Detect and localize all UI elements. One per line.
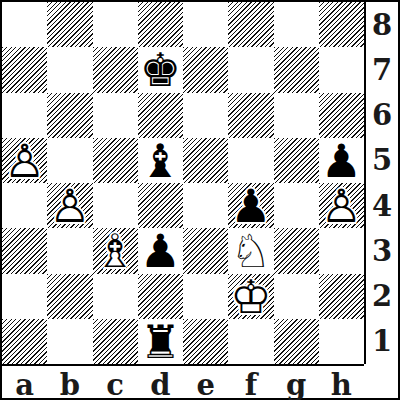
file-label-c: c <box>93 366 138 400</box>
piece-white-knight: ♞♘ <box>228 228 273 273</box>
rank-label-8: 8 <box>366 2 398 47</box>
square-h5[interactable]: ♟♟ <box>319 138 364 183</box>
piece-white-pawn: ♟♙ <box>2 138 47 183</box>
square-e4[interactable] <box>183 183 228 228</box>
square-b3[interactable] <box>47 228 92 273</box>
square-e6[interactable] <box>183 93 228 138</box>
file-label-f: f <box>228 366 273 400</box>
file-label-b: b <box>47 366 92 400</box>
square-f1[interactable] <box>228 319 273 364</box>
rank-labels: 87654321 <box>366 2 398 364</box>
piece-glyph: ♚ <box>140 47 181 93</box>
piece-white-pawn: ♟♙ <box>319 183 364 228</box>
piece-white-bishop: ♝♗ <box>93 228 138 273</box>
file-label-e: e <box>183 366 228 400</box>
square-b6[interactable] <box>47 93 92 138</box>
piece-glyph: ♟ <box>230 183 271 229</box>
square-b2[interactable] <box>47 274 92 319</box>
square-a7[interactable] <box>2 47 47 92</box>
square-a5[interactable]: ♟♙ <box>2 138 47 183</box>
rank-label-2: 2 <box>366 274 398 319</box>
piece-white-king: ♚♔ <box>228 274 273 319</box>
file-label-d: d <box>138 366 183 400</box>
file-label-h: h <box>319 366 364 400</box>
square-h4[interactable]: ♟♙ <box>319 183 364 228</box>
square-d2[interactable] <box>138 274 183 319</box>
square-f4[interactable]: ♟♟ <box>228 183 273 228</box>
rank-label-5: 5 <box>366 138 398 183</box>
file-label-g: g <box>274 366 319 400</box>
square-h1[interactable] <box>319 319 364 364</box>
piece-glyph: ♙ <box>321 183 362 229</box>
square-e2[interactable] <box>183 274 228 319</box>
square-a1[interactable] <box>2 319 47 364</box>
square-h8[interactable] <box>319 2 364 47</box>
rank-label-7: 7 <box>366 47 398 92</box>
square-f2[interactable]: ♚♔ <box>228 274 273 319</box>
square-e1[interactable] <box>183 319 228 364</box>
square-g5[interactable] <box>274 138 319 183</box>
square-e5[interactable] <box>183 138 228 183</box>
piece-glyph: ♟ <box>321 138 362 184</box>
square-c7[interactable] <box>93 47 138 92</box>
square-c6[interactable] <box>93 93 138 138</box>
square-h3[interactable] <box>319 228 364 273</box>
square-c4[interactable] <box>93 183 138 228</box>
square-g1[interactable] <box>274 319 319 364</box>
piece-black-pawn: ♟♟ <box>228 183 273 228</box>
rank-label-4: 4 <box>366 183 398 228</box>
square-d8[interactable] <box>138 2 183 47</box>
square-b8[interactable] <box>47 2 92 47</box>
square-d1[interactable]: ♜♜ <box>138 319 183 364</box>
corner-spacer <box>366 366 398 398</box>
piece-black-pawn: ♟♟ <box>319 138 364 183</box>
piece-black-pawn: ♟♟ <box>138 228 183 273</box>
piece-glyph: ♔ <box>230 274 271 320</box>
piece-glyph: ♜ <box>140 319 181 365</box>
square-d6[interactable] <box>138 93 183 138</box>
square-c2[interactable] <box>93 274 138 319</box>
square-d7[interactable]: ♚♚ <box>138 47 183 92</box>
square-b5[interactable] <box>47 138 92 183</box>
chess-diagram-frame: ♚♚♟♙♝♝♟♟♟♙♟♟♟♙♝♗♟♟♞♘♚♔♜♜ 87654321 abcdef… <box>0 0 400 400</box>
piece-glyph: ♗ <box>95 228 136 274</box>
square-c5[interactable] <box>93 138 138 183</box>
square-e8[interactable] <box>183 2 228 47</box>
piece-glyph: ♟ <box>140 228 181 274</box>
square-g2[interactable] <box>274 274 319 319</box>
file-label-a: a <box>2 366 47 400</box>
piece-glyph: ♝ <box>140 138 181 184</box>
square-e3[interactable] <box>183 228 228 273</box>
square-c8[interactable] <box>93 2 138 47</box>
piece-black-bishop: ♝♝ <box>138 138 183 183</box>
square-g7[interactable] <box>274 47 319 92</box>
square-g4[interactable] <box>274 183 319 228</box>
piece-glyph: ♙ <box>49 183 90 229</box>
file-labels: abcdefgh <box>2 366 364 398</box>
rank-label-6: 6 <box>366 93 398 138</box>
square-g3[interactable] <box>274 228 319 273</box>
square-b1[interactable] <box>47 319 92 364</box>
square-g8[interactable] <box>274 2 319 47</box>
square-h2[interactable] <box>319 274 364 319</box>
square-d4[interactable] <box>138 183 183 228</box>
square-f7[interactable] <box>228 47 273 92</box>
square-a4[interactable] <box>2 183 47 228</box>
piece-black-rook: ♜♜ <box>138 319 183 364</box>
square-h6[interactable] <box>319 93 364 138</box>
square-f8[interactable] <box>228 2 273 47</box>
square-a2[interactable] <box>2 274 47 319</box>
square-a3[interactable] <box>2 228 47 273</box>
square-f5[interactable] <box>228 138 273 183</box>
square-d3[interactable]: ♟♟ <box>138 228 183 273</box>
piece-glyph: ♙ <box>4 138 45 184</box>
piece-black-king: ♚♚ <box>138 47 183 92</box>
square-a6[interactable] <box>2 93 47 138</box>
piece-glyph: ♘ <box>230 228 271 274</box>
square-f3[interactable]: ♞♘ <box>228 228 273 273</box>
piece-white-pawn: ♟♙ <box>47 183 92 228</box>
square-e7[interactable] <box>183 47 228 92</box>
rank-label-1: 1 <box>366 319 398 364</box>
rank-label-3: 3 <box>366 228 398 273</box>
square-c1[interactable] <box>93 319 138 364</box>
chess-board: ♚♚♟♙♝♝♟♟♟♙♟♟♟♙♝♗♟♟♞♘♚♔♜♜ <box>2 2 364 364</box>
square-g6[interactable] <box>274 93 319 138</box>
square-d5[interactable]: ♝♝ <box>138 138 183 183</box>
square-a8[interactable] <box>2 2 47 47</box>
square-b7[interactable] <box>47 47 92 92</box>
square-h7[interactable] <box>319 47 364 92</box>
square-b4[interactable]: ♟♙ <box>47 183 92 228</box>
square-c3[interactable]: ♝♗ <box>93 228 138 273</box>
square-f6[interactable] <box>228 93 273 138</box>
